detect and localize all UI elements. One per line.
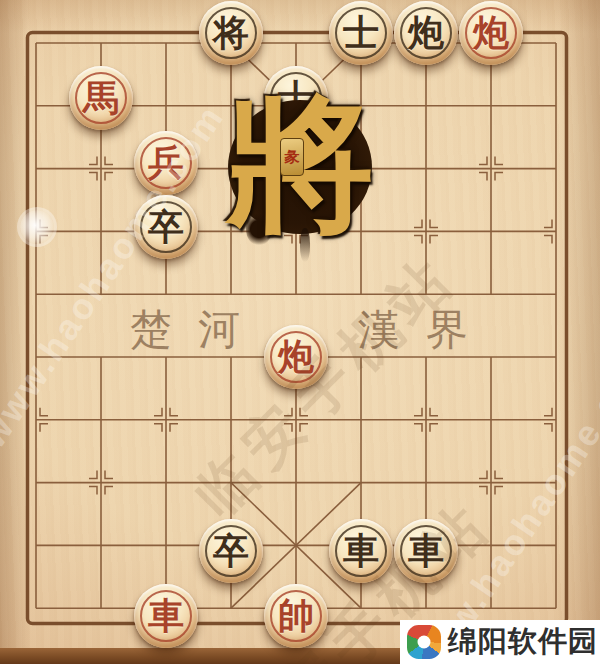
river-label-left: 楚河 — [130, 302, 266, 358]
piece-red-horse[interactable]: 馬 — [69, 66, 133, 130]
piece-glyph: 帥 — [278, 598, 314, 634]
piece-glyph: 卒 — [148, 209, 184, 245]
piece-black-cannon[interactable]: 炮 — [394, 1, 458, 65]
piece-black-advisor[interactable]: 士 — [264, 66, 328, 130]
piece-glyph: 炮 — [408, 15, 444, 51]
piece-black-chariot[interactable]: 車 — [394, 519, 458, 583]
piece-black-soldier[interactable]: 卒 — [199, 519, 263, 583]
piece-glyph: 将 — [213, 15, 249, 51]
piece-glyph: 炮 — [473, 15, 509, 51]
piece-black-chariot[interactable]: 車 — [329, 519, 393, 583]
piece-glyph: 車 — [343, 533, 379, 569]
piece-glyph: 士 — [278, 80, 314, 116]
river-label-right: 漢界 — [358, 302, 494, 358]
site-brand-name: 绵阳软件园 — [448, 622, 598, 662]
xiangqi-board-screen: 楚河 漢界 将士炮炮馬士兵卒炮卒車車車帥 將 彖 www.haohaome.co… — [0, 0, 600, 664]
piece-red-chariot[interactable]: 車 — [134, 584, 198, 648]
site-brand-bar: 绵阳软件园 — [400, 620, 600, 664]
piece-black-advisor[interactable]: 士 — [329, 1, 393, 65]
piece-glyph: 馬 — [83, 80, 119, 116]
piece-glyph: 兵 — [148, 145, 184, 181]
piece-black-general[interactable]: 将 — [199, 1, 263, 65]
pinwheel-logo-icon — [407, 625, 441, 659]
piece-glyph: 車 — [148, 598, 184, 634]
piece-glyph: 卒 — [213, 533, 249, 569]
piece-glyph: 炮 — [278, 339, 314, 375]
piece-glyph: 車 — [408, 533, 444, 569]
piece-glyph: 士 — [343, 15, 379, 51]
piece-red-cannon[interactable]: 炮 — [459, 1, 523, 65]
piece-red-soldier[interactable]: 兵 — [134, 131, 198, 195]
piece-black-soldier[interactable]: 卒 — [134, 195, 198, 259]
piece-red-general[interactable]: 帥 — [264, 584, 328, 648]
piece-red-cannon[interactable]: 炮 — [264, 325, 328, 389]
